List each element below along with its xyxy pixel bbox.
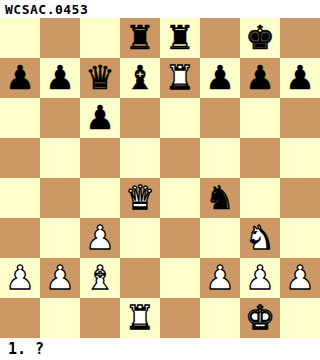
- square-e2[interactable]: [160, 258, 200, 298]
- square-c6[interactable]: ♟: [80, 98, 120, 138]
- black-rook: ♜: [165, 18, 195, 58]
- square-e8[interactable]: ♜: [160, 18, 200, 58]
- square-f1[interactable]: [200, 298, 240, 338]
- square-d7[interactable]: ♝: [120, 58, 160, 98]
- chess-board: ♜♜♚♟♟♛♝♜♟♟♟♟♛♞♟♞♟♟♝♟♟♟♜♚: [0, 18, 320, 338]
- square-a4[interactable]: [0, 178, 40, 218]
- black-pawn: ♟: [45, 58, 75, 98]
- white-pawn: ♟: [285, 258, 315, 298]
- square-h4[interactable]: [280, 178, 320, 218]
- black-bishop: ♝: [125, 58, 155, 98]
- square-c7[interactable]: ♛: [80, 58, 120, 98]
- square-a6[interactable]: [0, 98, 40, 138]
- square-b6[interactable]: [40, 98, 80, 138]
- square-c2[interactable]: ♝: [80, 258, 120, 298]
- white-knight: ♞: [245, 218, 275, 258]
- square-a1[interactable]: [0, 298, 40, 338]
- square-d3[interactable]: [120, 218, 160, 258]
- square-e7[interactable]: ♜: [160, 58, 200, 98]
- square-f3[interactable]: [200, 218, 240, 258]
- square-c4[interactable]: [80, 178, 120, 218]
- square-a2[interactable]: ♟: [0, 258, 40, 298]
- square-h5[interactable]: [280, 138, 320, 178]
- black-queen: ♛: [85, 58, 115, 98]
- square-f7[interactable]: ♟: [200, 58, 240, 98]
- square-f4[interactable]: ♞: [200, 178, 240, 218]
- square-h2[interactable]: ♟: [280, 258, 320, 298]
- square-d8[interactable]: ♜: [120, 18, 160, 58]
- square-c5[interactable]: [80, 138, 120, 178]
- white-king: ♚: [245, 298, 275, 338]
- square-d1[interactable]: ♜: [120, 298, 160, 338]
- square-f2[interactable]: ♟: [200, 258, 240, 298]
- square-a7[interactable]: ♟: [0, 58, 40, 98]
- square-h7[interactable]: ♟: [280, 58, 320, 98]
- white-queen: ♛: [125, 178, 155, 218]
- square-g2[interactable]: ♟: [240, 258, 280, 298]
- square-d2[interactable]: [120, 258, 160, 298]
- square-d5[interactable]: [120, 138, 160, 178]
- square-d4[interactable]: ♛: [120, 178, 160, 218]
- white-pawn: ♟: [85, 218, 115, 258]
- square-d6[interactable]: [120, 98, 160, 138]
- square-g3[interactable]: ♞: [240, 218, 280, 258]
- black-pawn: ♟: [205, 58, 235, 98]
- square-h3[interactable]: [280, 218, 320, 258]
- black-pawn: ♟: [85, 98, 115, 138]
- square-a3[interactable]: [0, 218, 40, 258]
- square-h1[interactable]: [280, 298, 320, 338]
- black-pawn: ♟: [285, 58, 315, 98]
- white-pawn: ♟: [245, 258, 275, 298]
- black-knight: ♞: [205, 178, 235, 218]
- black-rook: ♜: [125, 18, 155, 58]
- square-g8[interactable]: ♚: [240, 18, 280, 58]
- square-e4[interactable]: [160, 178, 200, 218]
- square-f6[interactable]: [200, 98, 240, 138]
- move-prompt: 1. ?: [8, 340, 44, 358]
- square-b8[interactable]: [40, 18, 80, 58]
- problem-title: WCSAC.0453: [5, 2, 88, 17]
- square-f5[interactable]: [200, 138, 240, 178]
- square-c8[interactable]: [80, 18, 120, 58]
- move-prompt-bar: 1. ?: [0, 338, 320, 360]
- black-king: ♚: [245, 18, 275, 58]
- square-a5[interactable]: [0, 138, 40, 178]
- square-h6[interactable]: [280, 98, 320, 138]
- square-b1[interactable]: [40, 298, 80, 338]
- square-b3[interactable]: [40, 218, 80, 258]
- white-rook: ♜: [165, 58, 195, 98]
- square-e5[interactable]: [160, 138, 200, 178]
- square-e1[interactable]: [160, 298, 200, 338]
- square-e6[interactable]: [160, 98, 200, 138]
- square-g7[interactable]: ♟: [240, 58, 280, 98]
- white-pawn: ♟: [45, 258, 75, 298]
- title-bar: WCSAC.0453: [0, 0, 320, 18]
- square-c3[interactable]: ♟: [80, 218, 120, 258]
- square-c1[interactable]: [80, 298, 120, 338]
- square-b4[interactable]: [40, 178, 80, 218]
- square-g4[interactable]: [240, 178, 280, 218]
- chess-problem-window: WCSAC.0453 ♜♜♚♟♟♛♝♜♟♟♟♟♛♞♟♞♟♟♝♟♟♟♜♚ 1. ?: [0, 0, 320, 360]
- square-g1[interactable]: ♚: [240, 298, 280, 338]
- white-pawn: ♟: [205, 258, 235, 298]
- square-h8[interactable]: [280, 18, 320, 58]
- square-a8[interactable]: [0, 18, 40, 58]
- white-pawn: ♟: [5, 258, 35, 298]
- white-rook: ♜: [125, 298, 155, 338]
- black-pawn: ♟: [245, 58, 275, 98]
- square-e3[interactable]: [160, 218, 200, 258]
- square-g6[interactable]: [240, 98, 280, 138]
- square-b7[interactable]: ♟: [40, 58, 80, 98]
- square-f8[interactable]: [200, 18, 240, 58]
- square-b5[interactable]: [40, 138, 80, 178]
- square-b2[interactable]: ♟: [40, 258, 80, 298]
- black-pawn: ♟: [5, 58, 35, 98]
- white-bishop: ♝: [85, 258, 115, 298]
- square-g5[interactable]: [240, 138, 280, 178]
